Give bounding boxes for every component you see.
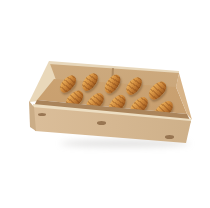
croissant <box>145 78 168 102</box>
vent-notch-middle <box>97 121 106 125</box>
croissant <box>79 70 100 93</box>
croissant <box>101 72 122 96</box>
vent-notch-left <box>38 113 46 116</box>
croissant <box>123 74 144 97</box>
vent-notch-right <box>165 135 174 139</box>
photo-croissant-tray <box>0 0 210 208</box>
